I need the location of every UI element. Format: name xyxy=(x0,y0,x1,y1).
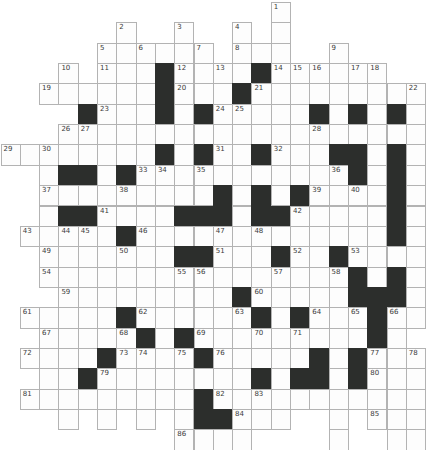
grid-cell[interactable] xyxy=(367,83,387,104)
grid-cell[interactable]: 40 xyxy=(348,185,368,206)
grid-cell[interactable] xyxy=(290,287,310,308)
grid-cell[interactable]: 1 xyxy=(271,2,291,23)
grid-cell[interactable]: 53 xyxy=(348,246,368,267)
grid-cell[interactable]: 74 xyxy=(136,348,156,369)
grid-cell[interactable]: 51 xyxy=(213,246,233,267)
grid-cell[interactable]: 22 xyxy=(406,83,426,104)
grid-cell[interactable] xyxy=(232,206,252,227)
grid-cell[interactable] xyxy=(58,246,78,267)
grid-cell[interactable]: 30 xyxy=(39,144,59,165)
grid-cell[interactable] xyxy=(116,124,136,145)
grid-cell[interactable] xyxy=(136,389,156,410)
grid-cell[interactable] xyxy=(155,124,175,145)
grid-cell[interactable] xyxy=(136,185,156,206)
grid-cell[interactable]: 2 xyxy=(116,22,136,43)
grid-cell[interactable] xyxy=(136,206,156,227)
grid-cell[interactable] xyxy=(58,267,78,288)
grid-cell[interactable] xyxy=(136,124,156,145)
grid-cell[interactable]: 82 xyxy=(213,389,233,410)
grid-cell[interactable]: 59 xyxy=(58,287,78,308)
grid-cell[interactable]: 50 xyxy=(116,246,136,267)
grid-cell[interactable] xyxy=(290,124,310,145)
grid-cell[interactable] xyxy=(97,246,117,267)
grid-cell[interactable] xyxy=(174,144,194,165)
grid-cell[interactable] xyxy=(174,226,194,247)
grid-cell[interactable]: 19 xyxy=(39,83,59,104)
grid-cell[interactable] xyxy=(232,144,252,165)
grid-cell[interactable] xyxy=(155,185,175,206)
grid-cell[interactable]: 8 xyxy=(232,43,252,64)
grid-cell[interactable] xyxy=(213,124,233,145)
grid-cell[interactable] xyxy=(348,328,368,349)
grid-cell[interactable] xyxy=(155,307,175,328)
grid-cell[interactable]: 31 xyxy=(213,144,233,165)
grid-cell[interactable] xyxy=(78,83,98,104)
grid-cell[interactable] xyxy=(194,429,214,450)
grid-cell[interactable] xyxy=(155,43,175,64)
grid-cell[interactable] xyxy=(406,267,426,288)
grid-cell[interactable]: 47 xyxy=(213,226,233,247)
grid-cell[interactable] xyxy=(309,144,329,165)
grid-cell[interactable] xyxy=(58,307,78,328)
grid-cell[interactable] xyxy=(348,389,368,410)
grid-cell[interactable] xyxy=(329,104,349,125)
grid-cell[interactable] xyxy=(309,226,329,247)
grid-cell[interactable] xyxy=(174,124,194,145)
grid-cell[interactable] xyxy=(367,124,387,145)
grid-cell[interactable]: 42 xyxy=(290,206,310,227)
grid-cell[interactable]: 66 xyxy=(387,307,407,328)
grid-cell[interactable]: 62 xyxy=(136,307,156,328)
grid-cell[interactable] xyxy=(329,429,349,450)
grid-cell[interactable] xyxy=(20,144,40,165)
grid-cell[interactable] xyxy=(213,368,233,389)
grid-cell[interactable] xyxy=(232,124,252,145)
grid-cell[interactable] xyxy=(290,348,310,369)
grid-cell[interactable] xyxy=(39,389,59,410)
grid-cell[interactable]: 13 xyxy=(213,63,233,84)
grid-cell[interactable] xyxy=(136,246,156,267)
grid-cell[interactable] xyxy=(194,307,214,328)
grid-cell[interactable]: 68 xyxy=(116,328,136,349)
grid-cell[interactable] xyxy=(309,83,329,104)
grid-cell[interactable]: 71 xyxy=(290,328,310,349)
grid-cell[interactable] xyxy=(309,246,329,267)
grid-cell[interactable] xyxy=(213,328,233,349)
grid-cell[interactable]: 64 xyxy=(309,307,329,328)
grid-cell[interactable] xyxy=(78,348,98,369)
grid-cell[interactable] xyxy=(232,165,252,186)
grid-cell[interactable] xyxy=(271,328,291,349)
grid-cell[interactable]: 35 xyxy=(194,165,214,186)
grid-cell[interactable] xyxy=(290,165,310,186)
grid-cell[interactable] xyxy=(271,43,291,64)
grid-cell[interactable] xyxy=(251,267,271,288)
grid-cell[interactable] xyxy=(406,307,426,328)
grid-cell[interactable] xyxy=(194,83,214,104)
grid-cell[interactable]: 15 xyxy=(290,63,310,84)
grid-cell[interactable] xyxy=(97,328,117,349)
grid-cell[interactable]: 37 xyxy=(39,185,59,206)
grid-cell[interactable] xyxy=(78,267,98,288)
grid-cell[interactable] xyxy=(271,307,291,328)
grid-cell[interactable] xyxy=(58,409,78,430)
grid-cell[interactable] xyxy=(367,144,387,165)
grid-cell[interactable] xyxy=(271,104,291,125)
grid-cell[interactable]: 25 xyxy=(232,104,252,125)
grid-cell[interactable]: 44 xyxy=(58,226,78,247)
grid-cell[interactable] xyxy=(406,226,426,247)
grid-cell[interactable]: 36 xyxy=(329,165,349,186)
grid-cell[interactable] xyxy=(232,328,252,349)
grid-cell[interactable] xyxy=(271,368,291,389)
grid-cell[interactable]: 17 xyxy=(348,63,368,84)
grid-cell[interactable]: 70 xyxy=(251,328,271,349)
grid-cell[interactable]: 34 xyxy=(155,165,175,186)
grid-cell[interactable]: 29 xyxy=(1,144,21,165)
grid-cell[interactable]: 43 xyxy=(20,226,40,247)
grid-cell[interactable] xyxy=(348,206,368,227)
grid-cell[interactable] xyxy=(309,165,329,186)
grid-cell[interactable]: 81 xyxy=(20,389,40,410)
grid-cell[interactable]: 45 xyxy=(78,226,98,247)
grid-cell[interactable]: 5 xyxy=(97,43,117,64)
grid-cell[interactable]: 58 xyxy=(329,267,349,288)
grid-cell[interactable] xyxy=(116,206,136,227)
grid-cell[interactable]: 60 xyxy=(251,287,271,308)
grid-cell[interactable] xyxy=(387,83,407,104)
grid-cell[interactable] xyxy=(251,246,271,267)
grid-cell[interactable] xyxy=(271,165,291,186)
grid-cell[interactable] xyxy=(136,267,156,288)
grid-cell[interactable]: 56 xyxy=(194,267,214,288)
grid-cell[interactable] xyxy=(155,226,175,247)
grid-cell[interactable] xyxy=(251,43,271,64)
grid-cell[interactable] xyxy=(136,409,156,430)
grid-cell[interactable] xyxy=(406,287,426,308)
grid-cell[interactable] xyxy=(329,389,349,410)
grid-cell[interactable] xyxy=(136,83,156,104)
grid-cell[interactable] xyxy=(387,409,407,430)
grid-cell[interactable] xyxy=(174,165,194,186)
grid-cell[interactable] xyxy=(232,267,252,288)
grid-cell[interactable] xyxy=(194,185,214,206)
grid-cell[interactable] xyxy=(78,185,98,206)
grid-cell[interactable] xyxy=(406,104,426,125)
grid-cell[interactable] xyxy=(116,267,136,288)
grid-cell[interactable] xyxy=(97,267,117,288)
grid-cell[interactable] xyxy=(367,104,387,125)
grid-cell[interactable] xyxy=(136,287,156,308)
grid-cell[interactable]: 6 xyxy=(136,43,156,64)
grid-cell[interactable] xyxy=(406,429,426,450)
grid-cell[interactable] xyxy=(232,389,252,410)
grid-cell[interactable]: 12 xyxy=(174,63,194,84)
grid-cell[interactable] xyxy=(348,83,368,104)
grid-cell[interactable] xyxy=(406,206,426,227)
grid-cell[interactable] xyxy=(329,307,349,328)
grid-cell[interactable] xyxy=(251,104,271,125)
grid-cell[interactable] xyxy=(39,348,59,369)
grid-cell[interactable] xyxy=(387,328,407,349)
grid-cell[interactable] xyxy=(78,389,98,410)
grid-cell[interactable] xyxy=(329,83,349,104)
grid-cell[interactable] xyxy=(174,287,194,308)
grid-cell[interactable]: 78 xyxy=(406,348,426,369)
grid-cell[interactable]: 21 xyxy=(251,83,271,104)
grid-cell[interactable] xyxy=(116,368,136,389)
grid-cell[interactable] xyxy=(271,226,291,247)
grid-cell[interactable] xyxy=(348,226,368,247)
grid-cell[interactable] xyxy=(97,144,117,165)
grid-cell[interactable] xyxy=(174,185,194,206)
grid-cell[interactable]: 52 xyxy=(290,246,310,267)
grid-cell[interactable] xyxy=(194,63,214,84)
grid-cell[interactable] xyxy=(213,267,233,288)
grid-cell[interactable] xyxy=(232,63,252,84)
grid-cell[interactable]: 33 xyxy=(136,165,156,186)
grid-cell[interactable] xyxy=(78,328,98,349)
grid-cell[interactable]: 20 xyxy=(174,83,194,104)
grid-cell[interactable] xyxy=(116,83,136,104)
grid-cell[interactable] xyxy=(97,287,117,308)
grid-cell[interactable] xyxy=(58,328,78,349)
grid-cell[interactable] xyxy=(116,104,136,125)
grid-cell[interactable] xyxy=(136,144,156,165)
grid-cell[interactable] xyxy=(174,389,194,410)
grid-cell[interactable] xyxy=(213,287,233,308)
grid-cell[interactable] xyxy=(329,185,349,206)
grid-cell[interactable] xyxy=(213,307,233,328)
grid-cell[interactable] xyxy=(232,368,252,389)
grid-cell[interactable] xyxy=(39,165,59,186)
grid-cell[interactable] xyxy=(387,429,407,450)
grid-cell[interactable] xyxy=(174,368,194,389)
grid-cell[interactable] xyxy=(309,287,329,308)
grid-cell[interactable]: 79 xyxy=(97,368,117,389)
grid-cell[interactable] xyxy=(271,389,291,410)
grid-cell[interactable] xyxy=(39,307,59,328)
grid-cell[interactable] xyxy=(155,348,175,369)
grid-cell[interactable] xyxy=(309,206,329,227)
grid-cell[interactable] xyxy=(155,246,175,267)
grid-cell[interactable] xyxy=(367,165,387,186)
grid-cell[interactable]: 39 xyxy=(309,185,329,206)
grid-cell[interactable] xyxy=(329,368,349,389)
grid-cell[interactable]: 61 xyxy=(20,307,40,328)
grid-cell[interactable] xyxy=(116,389,136,410)
grid-cell[interactable]: 24 xyxy=(213,104,233,125)
grid-cell[interactable] xyxy=(58,368,78,389)
grid-cell[interactable] xyxy=(406,165,426,186)
grid-cell[interactable] xyxy=(387,124,407,145)
grid-cell[interactable] xyxy=(97,185,117,206)
grid-cell[interactable] xyxy=(232,429,252,450)
grid-cell[interactable] xyxy=(116,63,136,84)
grid-cell[interactable] xyxy=(406,246,426,267)
grid-cell[interactable] xyxy=(367,185,387,206)
grid-cell[interactable] xyxy=(329,63,349,84)
grid-cell[interactable] xyxy=(406,144,426,165)
grid-cell[interactable]: 38 xyxy=(116,185,136,206)
grid-cell[interactable] xyxy=(406,368,426,389)
grid-cell[interactable]: 72 xyxy=(20,348,40,369)
grid-cell[interactable] xyxy=(367,226,387,247)
grid-cell[interactable] xyxy=(406,389,426,410)
grid-cell[interactable] xyxy=(367,389,387,410)
grid-cell[interactable] xyxy=(97,124,117,145)
grid-cell[interactable]: 57 xyxy=(271,267,291,288)
grid-cell[interactable] xyxy=(367,246,387,267)
grid-cell[interactable] xyxy=(155,328,175,349)
grid-cell[interactable] xyxy=(213,429,233,450)
grid-cell[interactable] xyxy=(387,246,407,267)
grid-cell[interactable]: 11 xyxy=(97,63,117,84)
grid-cell[interactable] xyxy=(271,83,291,104)
grid-cell[interactable] xyxy=(155,267,175,288)
grid-cell[interactable] xyxy=(116,43,136,64)
grid-cell[interactable]: 27 xyxy=(78,124,98,145)
grid-cell[interactable] xyxy=(406,409,426,430)
grid-cell[interactable] xyxy=(271,124,291,145)
grid-cell[interactable] xyxy=(174,409,194,430)
grid-cell[interactable] xyxy=(58,83,78,104)
grid-cell[interactable] xyxy=(174,104,194,125)
grid-cell[interactable] xyxy=(251,348,271,369)
grid-cell[interactable]: 55 xyxy=(174,267,194,288)
grid-cell[interactable] xyxy=(58,185,78,206)
grid-cell[interactable] xyxy=(271,348,291,369)
grid-cell[interactable] xyxy=(78,287,98,308)
grid-cell[interactable]: 23 xyxy=(97,104,117,125)
grid-cell[interactable]: 77 xyxy=(367,348,387,369)
grid-cell[interactable] xyxy=(290,389,310,410)
grid-cell[interactable] xyxy=(329,409,349,430)
grid-cell[interactable] xyxy=(39,368,59,389)
grid-cell[interactable]: 63 xyxy=(232,307,252,328)
grid-cell[interactable] xyxy=(155,287,175,308)
grid-cell[interactable]: 46 xyxy=(136,226,156,247)
grid-cell[interactable] xyxy=(290,267,310,288)
grid-cell[interactable] xyxy=(309,389,329,410)
grid-cell[interactable] xyxy=(155,368,175,389)
grid-cell[interactable] xyxy=(290,104,310,125)
grid-cell[interactable]: 67 xyxy=(39,328,59,349)
grid-cell[interactable] xyxy=(290,226,310,247)
grid-cell[interactable] xyxy=(329,348,349,369)
grid-cell[interactable] xyxy=(367,267,387,288)
grid-cell[interactable] xyxy=(232,185,252,206)
grid-cell[interactable] xyxy=(329,287,349,308)
grid-cell[interactable]: 7 xyxy=(194,43,214,64)
grid-cell[interactable] xyxy=(136,104,156,125)
grid-cell[interactable] xyxy=(58,348,78,369)
grid-cell[interactable]: 75 xyxy=(174,348,194,369)
grid-cell[interactable] xyxy=(406,124,426,145)
grid-cell[interactable] xyxy=(174,307,194,328)
grid-cell[interactable]: 3 xyxy=(174,22,194,43)
grid-cell[interactable] xyxy=(387,348,407,369)
grid-cell[interactable] xyxy=(97,83,117,104)
grid-cell[interactable]: 69 xyxy=(194,328,214,349)
grid-cell[interactable] xyxy=(194,226,214,247)
grid-cell[interactable]: 28 xyxy=(309,124,329,145)
grid-cell[interactable] xyxy=(116,144,136,165)
grid-cell[interactable] xyxy=(194,124,214,145)
grid-cell[interactable]: 73 xyxy=(116,348,136,369)
grid-cell[interactable] xyxy=(271,409,291,430)
grid-cell[interactable] xyxy=(309,328,329,349)
grid-cell[interactable]: 14 xyxy=(271,63,291,84)
grid-cell[interactable] xyxy=(406,185,426,206)
grid-cell[interactable] xyxy=(251,409,271,430)
grid-cell[interactable] xyxy=(155,389,175,410)
grid-cell[interactable] xyxy=(290,144,310,165)
grid-cell[interactable] xyxy=(97,307,117,328)
grid-cell[interactable] xyxy=(309,267,329,288)
grid-cell[interactable] xyxy=(78,246,98,267)
grid-cell[interactable]: 26 xyxy=(58,124,78,145)
grid-cell[interactable] xyxy=(213,165,233,186)
grid-cell[interactable]: 4 xyxy=(232,22,252,43)
grid-cell[interactable]: 10 xyxy=(58,63,78,84)
grid-cell[interactable] xyxy=(387,389,407,410)
grid-cell[interactable]: 86 xyxy=(174,429,194,450)
grid-cell[interactable] xyxy=(97,409,117,430)
grid-cell[interactable] xyxy=(329,328,349,349)
grid-cell[interactable]: 32 xyxy=(271,144,291,165)
grid-cell[interactable] xyxy=(97,226,117,247)
grid-cell[interactable] xyxy=(251,124,271,145)
grid-cell[interactable] xyxy=(271,185,291,206)
grid-cell[interactable] xyxy=(155,206,175,227)
grid-cell[interactable] xyxy=(39,226,59,247)
grid-cell[interactable]: 18 xyxy=(367,63,387,84)
grid-cell[interactable] xyxy=(232,348,252,369)
grid-cell[interactable] xyxy=(271,287,291,308)
grid-cell[interactable] xyxy=(97,389,117,410)
grid-cell[interactable] xyxy=(329,226,349,247)
grid-cell[interactable]: 85 xyxy=(367,409,387,430)
grid-cell[interactable] xyxy=(348,124,368,145)
grid-cell[interactable] xyxy=(97,165,117,186)
grid-cell[interactable] xyxy=(116,287,136,308)
grid-cell[interactable]: 65 xyxy=(348,307,368,328)
grid-cell[interactable] xyxy=(329,124,349,145)
grid-cell[interactable] xyxy=(194,368,214,389)
grid-cell[interactable]: 83 xyxy=(251,389,271,410)
grid-cell[interactable] xyxy=(194,287,214,308)
grid-cell[interactable]: 54 xyxy=(39,267,59,288)
grid-cell[interactable]: 41 xyxy=(97,206,117,227)
grid-cell[interactable] xyxy=(271,22,291,43)
grid-cell[interactable]: 80 xyxy=(367,368,387,389)
grid-cell[interactable]: 48 xyxy=(251,226,271,247)
grid-cell[interactable] xyxy=(174,43,194,64)
grid-cell[interactable] xyxy=(232,246,252,267)
grid-cell[interactable] xyxy=(213,83,233,104)
grid-cell[interactable] xyxy=(58,389,78,410)
grid-cell[interactable] xyxy=(232,226,252,247)
grid-cell[interactable]: 49 xyxy=(39,246,59,267)
grid-cell[interactable]: 9 xyxy=(329,43,349,64)
grid-cell[interactable]: 16 xyxy=(309,63,329,84)
grid-cell[interactable]: 84 xyxy=(232,409,252,430)
grid-cell[interactable] xyxy=(387,368,407,389)
grid-cell[interactable]: 76 xyxy=(213,348,233,369)
grid-cell[interactable] xyxy=(290,83,310,104)
grid-cell[interactable] xyxy=(78,307,98,328)
